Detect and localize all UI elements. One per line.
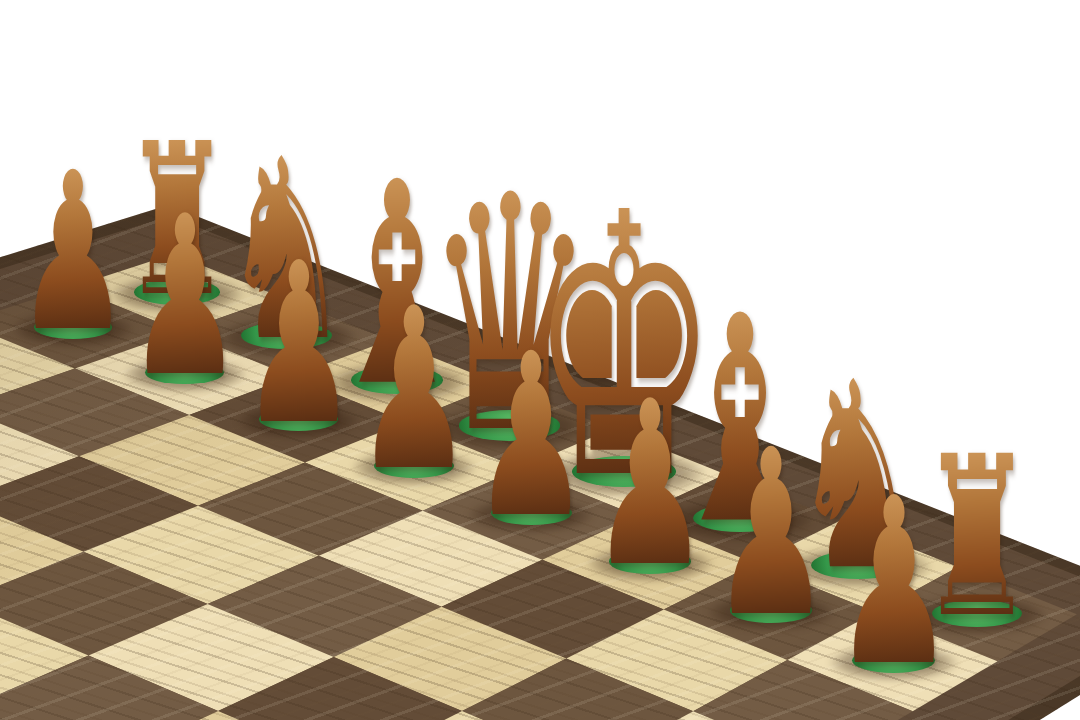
piece-black-pawn-c7: ♟ — [241, 232, 356, 454]
piece-black-pawn-b7: ♟ — [128, 188, 242, 408]
pieces-layer: ♜♟♞♟♝♟♛♟♚♟♝♟♞♟♜♟ — [0, 0, 1080, 720]
chess-set-photo: ♜♟♞♟♝♟♛♟♚♟♝♟♞♟♜♟ — [0, 0, 1080, 720]
piece-black-pawn-a7: ♟ — [16, 144, 129, 362]
piece-black-pawn-e7: ♟ — [473, 324, 590, 549]
piece-black-pawn-g7: ♟ — [711, 418, 830, 647]
piece-black-pawn-d7: ♟ — [356, 278, 472, 501]
piece-black-pawn-f7: ♟ — [591, 371, 709, 598]
piece-black-pawn-h7: ♟ — [834, 467, 954, 697]
